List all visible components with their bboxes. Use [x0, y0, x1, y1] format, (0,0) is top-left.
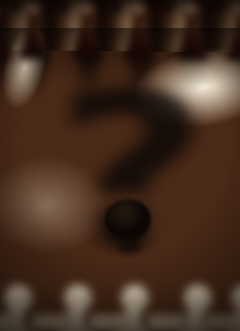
chess-photo-scene: ?: [0, 0, 240, 331]
light-pawn-body: [0, 307, 42, 331]
light-pawn: [172, 285, 224, 331]
near-pawns-row: [0, 0, 240, 331]
light-pawn: [109, 285, 161, 331]
light-pawn-body: [174, 307, 222, 331]
light-pawn: [0, 285, 44, 331]
light-pawn-body: [111, 307, 159, 331]
light-pawn-body: [54, 307, 102, 331]
light-pawn: [220, 285, 240, 331]
light-pawn: [52, 285, 104, 331]
light-pawn-body: [222, 307, 240, 331]
